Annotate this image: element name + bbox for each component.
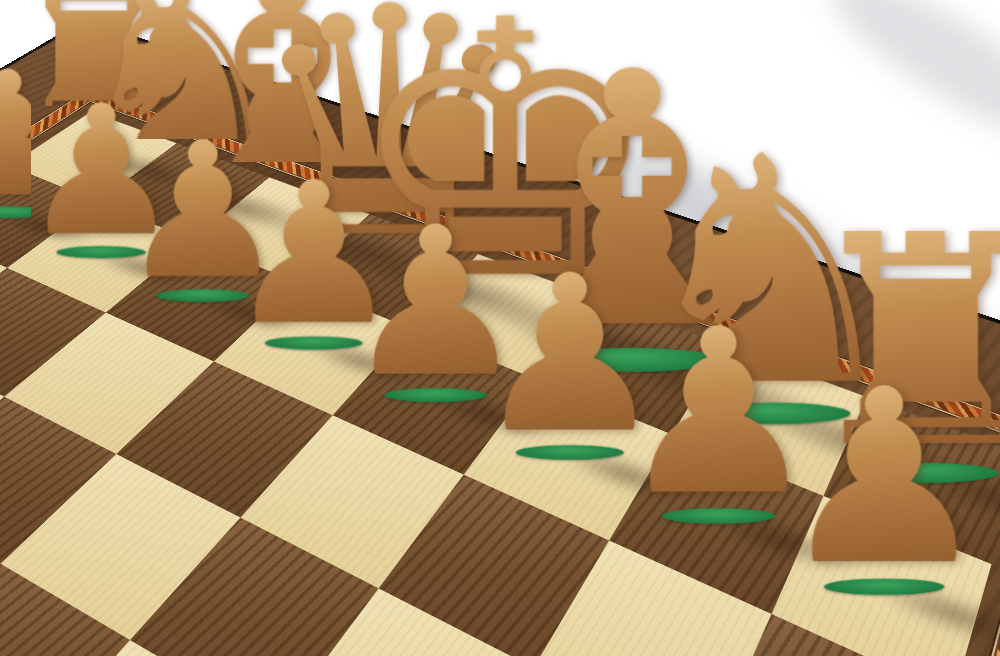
pawn-glyph-char: ♟ (776, 358, 992, 599)
chess-board: ♜♞♝♛♚♝♞♜♟♟♟♟♟♟♟♟ (0, 20, 1000, 656)
pawn-glyph: ♟ (776, 358, 992, 599)
chess-set-photo: ♜♞♝♛♚♝♞♜♟♟♟♟♟♟♟♟ (0, 0, 1000, 656)
